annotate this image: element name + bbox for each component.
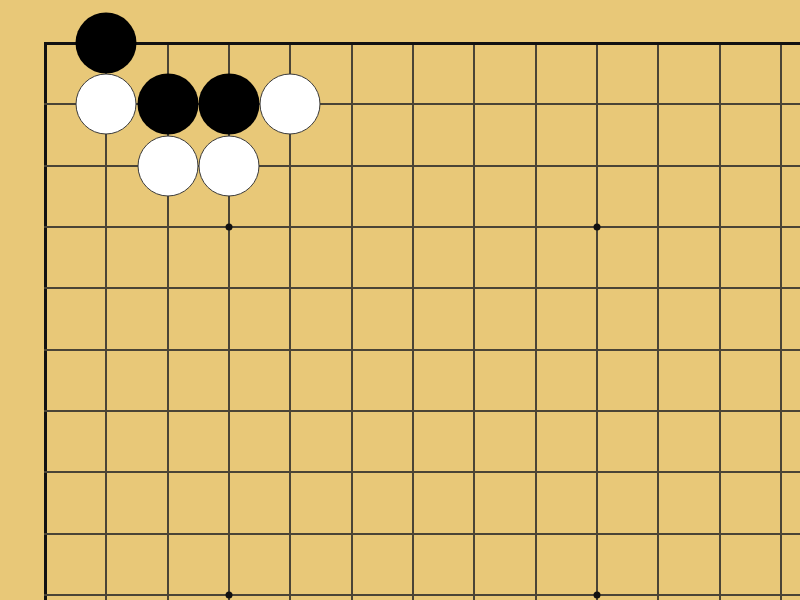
white-stone: [137, 135, 198, 196]
board-intersection[interactable]: [566, 319, 627, 380]
board-intersection[interactable]: [321, 12, 382, 73]
board-intersection[interactable]: [321, 503, 382, 564]
board-intersection[interactable]: [628, 442, 689, 503]
board-intersection[interactable]: [321, 319, 382, 380]
board-intersection[interactable]: [137, 196, 198, 257]
board-intersection[interactable]: [382, 503, 443, 564]
star-point: [225, 591, 232, 598]
board-intersection[interactable]: [444, 503, 505, 564]
board-intersection[interactable]: [137, 442, 198, 503]
goban-grid: [14, 12, 800, 600]
board-intersection[interactable]: [198, 380, 259, 441]
board-intersection[interactable]: [198, 564, 259, 600]
board-intersection[interactable]: [566, 503, 627, 564]
board-intersection[interactable]: [76, 442, 137, 503]
board-intersection[interactable]: [76, 74, 137, 135]
board-intersection[interactable]: [260, 503, 321, 564]
board-intersection[interactable]: [750, 258, 800, 319]
board-intersection[interactable]: [76, 380, 137, 441]
board-intersection[interactable]: [137, 74, 198, 135]
board-intersection[interactable]: [137, 135, 198, 196]
board-intersection[interactable]: [14, 442, 75, 503]
board-intersection[interactable]: [260, 380, 321, 441]
board-intersection[interactable]: [566, 258, 627, 319]
board-intersection[interactable]: [260, 258, 321, 319]
board-intersection[interactable]: [444, 196, 505, 257]
board-intersection[interactable]: [198, 135, 259, 196]
star-point: [225, 223, 232, 230]
board-intersection[interactable]: [505, 380, 566, 441]
board-intersection[interactable]: [137, 380, 198, 441]
board-intersection[interactable]: [14, 564, 75, 600]
board-intersection[interactable]: [14, 258, 75, 319]
board-intersection[interactable]: [260, 196, 321, 257]
board-intersection[interactable]: [14, 503, 75, 564]
board-intersection[interactable]: [76, 135, 137, 196]
board-intersection[interactable]: [198, 74, 259, 135]
board-intersection[interactable]: [444, 564, 505, 600]
board-intersection[interactable]: [505, 196, 566, 257]
board-intersection[interactable]: [689, 319, 750, 380]
board-intersection[interactable]: [628, 503, 689, 564]
board-intersection[interactable]: [137, 564, 198, 600]
board-intersection[interactable]: [321, 380, 382, 441]
board-intersection[interactable]: [321, 564, 382, 600]
board-intersection[interactable]: [260, 319, 321, 380]
board-intersection[interactable]: [14, 12, 75, 73]
board-intersection[interactable]: [382, 12, 443, 73]
board-intersection[interactable]: [750, 74, 800, 135]
board-intersection[interactable]: [14, 135, 75, 196]
black-stone: [137, 74, 198, 135]
board-intersection[interactable]: [689, 442, 750, 503]
board-intersection[interactable]: [628, 380, 689, 441]
board-intersection[interactable]: [76, 12, 137, 73]
board-intersection[interactable]: [382, 564, 443, 600]
board-intersection[interactable]: [750, 319, 800, 380]
white-stone: [198, 135, 259, 196]
board-intersection[interactable]: [689, 74, 750, 135]
board-intersection[interactable]: [750, 380, 800, 441]
board-intersection[interactable]: [76, 564, 137, 600]
board-intersection[interactable]: [689, 258, 750, 319]
board-intersection[interactable]: [750, 135, 800, 196]
star-point: [593, 223, 600, 230]
board-intersection[interactable]: [444, 74, 505, 135]
board-intersection[interactable]: [566, 564, 627, 600]
board-intersection[interactable]: [382, 135, 443, 196]
board-intersection[interactable]: [628, 319, 689, 380]
board-intersection[interactable]: [689, 196, 750, 257]
board-intersection[interactable]: [76, 503, 137, 564]
board-intersection[interactable]: [689, 503, 750, 564]
board-intersection[interactable]: [628, 258, 689, 319]
board-intersection[interactable]: [444, 319, 505, 380]
board-intersection[interactable]: [382, 380, 443, 441]
board-intersection[interactable]: [750, 196, 800, 257]
board-intersection[interactable]: [321, 135, 382, 196]
board-intersection[interactable]: [628, 564, 689, 600]
board-intersection[interactable]: [566, 135, 627, 196]
board-intersection[interactable]: [382, 74, 443, 135]
board-intersection[interactable]: [137, 12, 198, 73]
white-stone: [260, 74, 321, 135]
board-intersection[interactable]: [750, 442, 800, 503]
board-intersection[interactable]: [382, 319, 443, 380]
board-intersection[interactable]: [321, 442, 382, 503]
go-board: [0, 0, 800, 600]
board-intersection[interactable]: [76, 319, 137, 380]
board-intersection[interactable]: [628, 74, 689, 135]
board-intersection[interactable]: [382, 442, 443, 503]
board-intersection[interactable]: [505, 319, 566, 380]
board-intersection[interactable]: [14, 319, 75, 380]
board-intersection[interactable]: [382, 196, 443, 257]
board-intersection[interactable]: [260, 442, 321, 503]
board-intersection[interactable]: [689, 564, 750, 600]
board-intersection[interactable]: [198, 442, 259, 503]
black-stone: [76, 12, 137, 73]
board-intersection[interactable]: [321, 258, 382, 319]
board-intersection[interactable]: [260, 74, 321, 135]
board-intersection[interactable]: [198, 503, 259, 564]
board-intersection[interactable]: [444, 135, 505, 196]
board-intersection[interactable]: [260, 12, 321, 73]
board-intersection[interactable]: [444, 442, 505, 503]
board-intersection[interactable]: [505, 258, 566, 319]
board-intersection[interactable]: [14, 196, 75, 257]
board-intersection[interactable]: [382, 258, 443, 319]
board-intersection[interactable]: [137, 503, 198, 564]
board-intersection[interactable]: [444, 380, 505, 441]
board-intersection[interactable]: [14, 380, 75, 441]
board-intersection[interactable]: [260, 135, 321, 196]
board-intersection[interactable]: [505, 12, 566, 73]
board-intersection[interactable]: [505, 503, 566, 564]
board-intersection[interactable]: [750, 564, 800, 600]
board-intersection[interactable]: [689, 12, 750, 73]
black-stone: [198, 74, 259, 135]
board-intersection[interactable]: [198, 12, 259, 73]
board-intersection[interactable]: [260, 564, 321, 600]
board-intersection[interactable]: [750, 503, 800, 564]
board-intersection[interactable]: [505, 135, 566, 196]
board-intersection[interactable]: [505, 442, 566, 503]
board-intersection[interactable]: [566, 380, 627, 441]
board-intersection[interactable]: [444, 258, 505, 319]
star-point: [593, 591, 600, 598]
board-intersection[interactable]: [321, 196, 382, 257]
board-intersection[interactable]: [505, 74, 566, 135]
board-intersection[interactable]: [689, 380, 750, 441]
board-intersection[interactable]: [566, 196, 627, 257]
board-intersection[interactable]: [689, 135, 750, 196]
board-intersection[interactable]: [444, 12, 505, 73]
board-intersection[interactable]: [137, 319, 198, 380]
board-intersection[interactable]: [137, 258, 198, 319]
board-intersection[interactable]: [198, 258, 259, 319]
board-intersection[interactable]: [566, 442, 627, 503]
board-intersection[interactable]: [76, 196, 137, 257]
board-intersection[interactable]: [198, 196, 259, 257]
board-intersection[interactable]: [628, 12, 689, 73]
board-intersection[interactable]: [14, 74, 75, 135]
board-intersection[interactable]: [750, 12, 800, 73]
board-intersection[interactable]: [628, 135, 689, 196]
board-intersection[interactable]: [566, 74, 627, 135]
board-intersection[interactable]: [321, 74, 382, 135]
white-stone: [76, 74, 137, 135]
board-intersection[interactable]: [76, 258, 137, 319]
board-intersection[interactable]: [566, 12, 627, 73]
board-intersection[interactable]: [505, 564, 566, 600]
board-intersection[interactable]: [198, 319, 259, 380]
board-intersection[interactable]: [628, 196, 689, 257]
